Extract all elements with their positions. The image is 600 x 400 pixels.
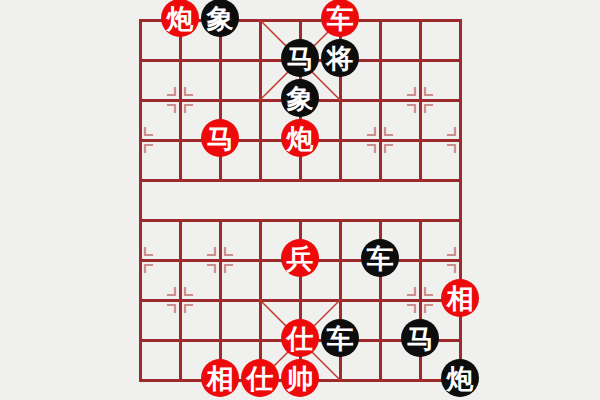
piece-red-elephant[interactable]: 相 [441, 279, 479, 317]
piece-black-chariot[interactable]: 车 [361, 239, 399, 277]
piece-red-chariot[interactable]: 车 [321, 0, 359, 37]
piece-black-horse[interactable]: 马 [281, 39, 319, 77]
pieces-layer: 炮象车马将象马炮兵车相仕车马相仕帅炮 [120, 0, 480, 400]
piece-black-elephant[interactable]: 象 [281, 79, 319, 117]
piece-red-advisor[interactable]: 仕 [281, 319, 319, 357]
piece-black-elephant[interactable]: 象 [201, 0, 239, 37]
piece-black-cannon[interactable]: 炮 [441, 359, 479, 397]
piece-red-elephant[interactable]: 相 [201, 359, 239, 397]
piece-black-general[interactable]: 将 [321, 39, 359, 77]
xiangqi-board: 炮象车马将象马炮兵车相仕车马相仕帅炮 [0, 0, 600, 400]
piece-red-king[interactable]: 帅 [281, 359, 319, 397]
piece-red-soldier[interactable]: 兵 [281, 239, 319, 277]
piece-black-horse[interactable]: 马 [401, 319, 439, 357]
piece-red-advisor[interactable]: 仕 [241, 359, 279, 397]
piece-red-cannon[interactable]: 炮 [281, 119, 319, 157]
piece-black-chariot[interactable]: 车 [321, 319, 359, 357]
piece-red-horse[interactable]: 马 [201, 119, 239, 157]
piece-red-cannon[interactable]: 炮 [161, 0, 199, 37]
